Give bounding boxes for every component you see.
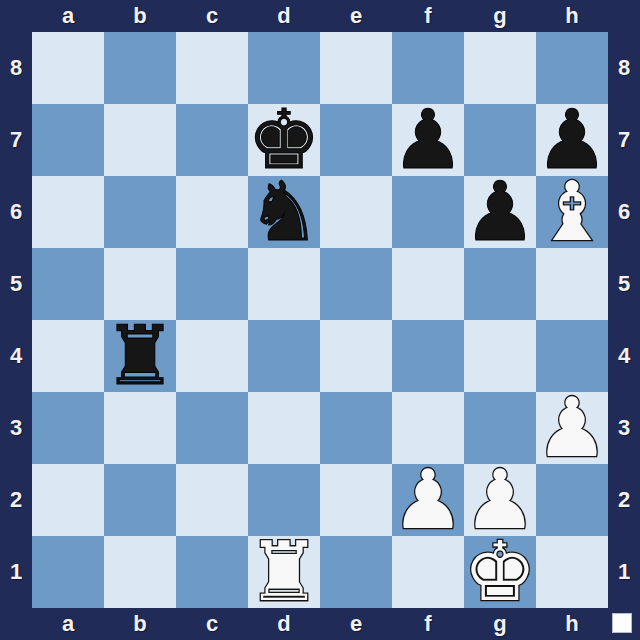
square-c4[interactable] [176, 320, 248, 392]
square-g5[interactable] [464, 248, 536, 320]
white-rook-piece: ♜ [247, 536, 321, 608]
square-e2[interactable] [320, 464, 392, 536]
rank-label: 1 [608, 536, 640, 608]
square-b6[interactable] [104, 176, 176, 248]
white-pawn-piece: ♟ [391, 464, 465, 536]
square-e6[interactable] [320, 176, 392, 248]
rank-label: 7 [608, 104, 640, 176]
square-h4[interactable] [536, 320, 608, 392]
file-label: d [248, 608, 320, 640]
rank-labels-right: 87654321 [608, 32, 640, 608]
square-b8[interactable] [104, 32, 176, 104]
square-d3[interactable] [248, 392, 320, 464]
square-c5[interactable] [176, 248, 248, 320]
file-label: d [248, 0, 320, 32]
rank-label: 1 [0, 536, 32, 608]
square-b4[interactable]: ♜ [104, 320, 176, 392]
square-b2[interactable] [104, 464, 176, 536]
file-label: e [320, 608, 392, 640]
chessboard-frame: abcdefgh abcdefgh 87654321 87654321 ♚♟♟♞… [0, 0, 640, 640]
square-a8[interactable] [32, 32, 104, 104]
rank-label: 6 [0, 176, 32, 248]
rank-label: 5 [608, 248, 640, 320]
rank-label: 2 [608, 464, 640, 536]
white-king-piece: ♚ [463, 536, 537, 608]
file-label: c [176, 608, 248, 640]
white-pawn-piece: ♟ [535, 392, 609, 464]
square-e5[interactable] [320, 248, 392, 320]
file-label: h [536, 608, 608, 640]
square-h5[interactable] [536, 248, 608, 320]
file-labels-top: abcdefgh [32, 0, 608, 32]
file-label: a [32, 608, 104, 640]
square-c7[interactable] [176, 104, 248, 176]
square-a7[interactable] [32, 104, 104, 176]
square-f5[interactable] [392, 248, 464, 320]
black-pawn-piece: ♟ [391, 104, 465, 176]
rank-label: 7 [0, 104, 32, 176]
square-e4[interactable] [320, 320, 392, 392]
square-c1[interactable] [176, 536, 248, 608]
square-g1[interactable]: ♚ [464, 536, 536, 608]
square-e3[interactable] [320, 392, 392, 464]
rank-label: 3 [0, 392, 32, 464]
square-d2[interactable] [248, 464, 320, 536]
file-labels-bottom: abcdefgh [32, 608, 608, 640]
file-label: c [176, 0, 248, 32]
square-d1[interactable]: ♜ [248, 536, 320, 608]
rank-label: 6 [608, 176, 640, 248]
square-b3[interactable] [104, 392, 176, 464]
square-c6[interactable] [176, 176, 248, 248]
square-d6[interactable]: ♞ [248, 176, 320, 248]
white-pawn-piece: ♟ [463, 464, 537, 536]
black-pawn-piece: ♟ [463, 176, 537, 248]
square-d7[interactable]: ♚ [248, 104, 320, 176]
file-label: h [536, 0, 608, 32]
file-label: b [104, 608, 176, 640]
square-a6[interactable] [32, 176, 104, 248]
file-label: e [320, 0, 392, 32]
file-label: f [392, 608, 464, 640]
rank-label: 4 [608, 320, 640, 392]
white-bishop-piece: ♝ [535, 176, 609, 248]
file-label: b [104, 0, 176, 32]
square-c3[interactable] [176, 392, 248, 464]
black-pawn-piece: ♟ [535, 104, 609, 176]
square-g7[interactable] [464, 104, 536, 176]
square-h7[interactable]: ♟ [536, 104, 608, 176]
square-h1[interactable] [536, 536, 608, 608]
black-king-piece: ♚ [247, 104, 321, 176]
square-b5[interactable] [104, 248, 176, 320]
file-label: f [392, 0, 464, 32]
file-label: a [32, 0, 104, 32]
square-d4[interactable] [248, 320, 320, 392]
square-a4[interactable] [32, 320, 104, 392]
square-g8[interactable] [464, 32, 536, 104]
square-c2[interactable] [176, 464, 248, 536]
rank-label: 5 [0, 248, 32, 320]
square-f6[interactable] [392, 176, 464, 248]
square-b7[interactable] [104, 104, 176, 176]
rank-label: 3 [608, 392, 640, 464]
rank-labels-left: 87654321 [0, 32, 32, 608]
square-f4[interactable] [392, 320, 464, 392]
square-d8[interactable] [248, 32, 320, 104]
rank-label: 2 [0, 464, 32, 536]
square-h3[interactable]: ♟ [536, 392, 608, 464]
square-e1[interactable] [320, 536, 392, 608]
square-f2[interactable]: ♟ [392, 464, 464, 536]
square-f3[interactable] [392, 392, 464, 464]
rank-label: 8 [0, 32, 32, 104]
square-a2[interactable] [32, 464, 104, 536]
square-g6[interactable]: ♟ [464, 176, 536, 248]
square-h8[interactable] [536, 32, 608, 104]
square-e8[interactable] [320, 32, 392, 104]
white-to-move-indicator [612, 613, 632, 633]
square-a1[interactable] [32, 536, 104, 608]
square-e7[interactable] [320, 104, 392, 176]
square-g3[interactable] [464, 392, 536, 464]
square-c8[interactable] [176, 32, 248, 104]
square-f8[interactable] [392, 32, 464, 104]
square-b1[interactable] [104, 536, 176, 608]
square-f1[interactable] [392, 536, 464, 608]
square-a3[interactable] [32, 392, 104, 464]
square-a5[interactable] [32, 248, 104, 320]
square-d5[interactable] [248, 248, 320, 320]
square-h6[interactable]: ♝ [536, 176, 608, 248]
square-f7[interactable]: ♟ [392, 104, 464, 176]
file-label: g [464, 0, 536, 32]
rank-label: 8 [608, 32, 640, 104]
square-g2[interactable]: ♟ [464, 464, 536, 536]
square-g4[interactable] [464, 320, 536, 392]
square-h2[interactable] [536, 464, 608, 536]
chess-board: ♚♟♟♞♟♝♜♟♟♟♜♚ [32, 32, 608, 608]
file-label: g [464, 608, 536, 640]
rank-label: 4 [0, 320, 32, 392]
black-rook-piece: ♜ [103, 320, 177, 392]
black-knight-piece: ♞ [247, 176, 321, 248]
